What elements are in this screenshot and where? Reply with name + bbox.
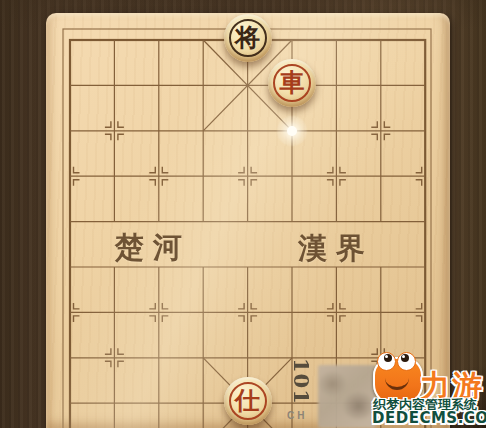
mascot-left-eye-icon (377, 352, 396, 371)
blurred-censor-patch (318, 365, 376, 428)
move-highlight-dot[interactable] (287, 126, 297, 136)
xiangqi-app-screenshot: 楚河 漢界 将 車 仕 101 CH 力游 织梦内容管理系统 DEDECMS.C… (0, 0, 486, 428)
river-label-chu-he: 楚河 (115, 228, 191, 268)
mascot-mouth-icon (385, 373, 409, 390)
piece-character: 将 (235, 25, 260, 50)
piece-black-general[interactable]: 将 (224, 14, 272, 62)
river-label-han-jie: 漢界 (298, 229, 374, 269)
piece-character: 車 (280, 70, 305, 95)
board-side-vertical-logo: 101 (289, 358, 314, 410)
mascot-right-eye-icon (397, 352, 416, 371)
board-side-logo-caption: CH (287, 410, 307, 421)
piece-character: 仕 (235, 388, 260, 413)
watermark-dedecms-url: DEDECMS.COM (372, 409, 486, 427)
piece-red-advisor[interactable]: 仕 (224, 377, 272, 425)
